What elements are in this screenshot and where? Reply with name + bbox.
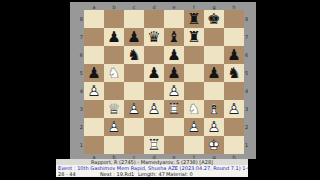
square-c6: ♞ — [124, 46, 144, 64]
square-e8 — [164, 10, 184, 28]
rank-label-2: 2 — [245, 118, 254, 136]
white-pawn-outline: ♙ — [84, 82, 104, 100]
rank-label-6: 6 — [74, 46, 83, 64]
square-c7: ♟ — [124, 28, 144, 46]
square-f4 — [184, 82, 204, 100]
square-g6 — [204, 46, 224, 64]
white-pawn-outline: ♙ — [204, 118, 224, 136]
rank-label-6: 6 — [245, 46, 254, 64]
square-g5: ♟ — [204, 64, 224, 82]
square-a7 — [84, 28, 104, 46]
square-b1 — [104, 136, 124, 154]
rank-label-7: 7 — [74, 28, 83, 46]
square-d5: ♟ — [144, 64, 164, 82]
square-f6 — [184, 46, 204, 64]
black-pawn: ♟ — [164, 46, 184, 64]
square-g3: ♝♗ — [204, 100, 224, 118]
square-a1 — [84, 136, 104, 154]
rank-label-4: 4 — [245, 82, 254, 100]
square-b2: ♟♙ — [104, 118, 124, 136]
square-h3: ♟♙ — [224, 100, 244, 118]
material-balance: Material: 0 — [166, 171, 193, 177]
square-b5: ♞♘ — [104, 64, 124, 82]
square-f2: ♟♙ — [184, 118, 204, 136]
square-e6: ♟ — [164, 46, 184, 64]
square-g4 — [204, 82, 224, 100]
white-pawn-outline: ♙ — [224, 100, 244, 118]
rank-label-2: 2 — [74, 118, 83, 136]
white-king-outline: ♔ — [204, 136, 224, 154]
white-knight-outline: ♘ — [184, 100, 204, 118]
square-e7: ♝ — [164, 28, 184, 46]
white-queen-outline: ♕ — [104, 100, 124, 118]
rank-label-8: 8 — [74, 10, 83, 28]
rank-label-5: 5 — [245, 64, 254, 82]
black-knight: ♞ — [224, 64, 244, 82]
square-d6 — [144, 46, 164, 64]
square-d8 — [144, 10, 164, 28]
square-c4 — [124, 82, 144, 100]
square-f3: ♞♘ — [184, 100, 204, 118]
square-f7: ♜ — [184, 28, 204, 46]
square-c8 — [124, 10, 144, 28]
rank-label-8: 8 — [245, 10, 254, 28]
square-h8 — [224, 10, 244, 28]
rank-label-3: 3 — [245, 100, 254, 118]
square-a5: ♟ — [84, 64, 104, 82]
video-frame: abcdefgh 87654321 ♜♚♟♟♛♝♜♞♟♟♟♞♘♟♟♟♞♟♙♟♙♛… — [0, 0, 320, 180]
square-e4: ♟♙ — [164, 82, 184, 100]
game-caption: Rapport, R (2745) - Mamedyarov, S (2738)… — [56, 159, 248, 177]
square-d3: ♟♙ — [144, 100, 164, 118]
next-move: Next : 19.Rd1 — [100, 171, 134, 177]
game-length: Length: 47 — [138, 171, 165, 177]
square-h7 — [224, 28, 244, 46]
rank-labels-right: 87654321 — [245, 10, 254, 154]
square-d1: ♜♖ — [144, 136, 164, 154]
square-h5: ♞ — [224, 64, 244, 82]
rank-labels-left: 87654321 — [74, 10, 83, 154]
square-a6 — [84, 46, 104, 64]
square-h2 — [224, 118, 244, 136]
stats-line: 28 - 44 Next : 19.Rd1 Length: 47 Materia… — [56, 171, 248, 177]
black-pawn: ♟ — [204, 64, 224, 82]
black-pawn: ♟ — [144, 64, 164, 82]
black-pawn: ♟ — [224, 46, 244, 64]
black-bishop: ♝ — [164, 28, 184, 46]
white-knight-outline: ♘ — [104, 64, 124, 82]
square-e5: ♟ — [164, 64, 184, 82]
square-h1 — [224, 136, 244, 154]
game-index: 28 - 44 — [58, 171, 76, 177]
black-queen: ♛ — [144, 28, 164, 46]
white-pawn-outline: ♙ — [104, 118, 124, 136]
square-a2 — [84, 118, 104, 136]
square-h6: ♟ — [224, 46, 244, 64]
square-c2 — [124, 118, 144, 136]
white-pawn-outline: ♙ — [144, 100, 164, 118]
rank-label-1: 1 — [245, 136, 254, 154]
square-c5 — [124, 64, 144, 82]
black-pawn: ♟ — [84, 64, 104, 82]
square-b8 — [104, 10, 124, 28]
square-g2: ♟♙ — [204, 118, 224, 136]
square-d4 — [144, 82, 164, 100]
rank-label-7: 7 — [245, 28, 254, 46]
square-a3 — [84, 100, 104, 118]
square-b7: ♟ — [104, 28, 124, 46]
white-pawn-outline: ♙ — [164, 82, 184, 100]
square-c1 — [124, 136, 144, 154]
black-rook: ♜ — [184, 28, 204, 46]
white-rook-outline: ♖ — [164, 100, 184, 118]
square-b3: ♛♕ — [104, 100, 124, 118]
square-d7: ♛ — [144, 28, 164, 46]
square-a4: ♟♙ — [84, 82, 104, 100]
rank-label-5: 5 — [74, 64, 83, 82]
black-pawn: ♟ — [124, 28, 144, 46]
black-king: ♚ — [204, 10, 224, 28]
square-f5 — [184, 64, 204, 82]
square-b4 — [104, 82, 124, 100]
black-pawn: ♟ — [104, 28, 124, 46]
square-c3: ♟♙ — [124, 100, 144, 118]
board-panel: abcdefgh 87654321 ♜♚♟♟♛♝♜♞♟♟♟♞♘♟♟♟♞♟♙♟♙♛… — [70, 2, 256, 159]
square-e3: ♜♖ — [164, 100, 184, 118]
square-f8: ♜ — [184, 10, 204, 28]
black-knight: ♞ — [124, 46, 144, 64]
square-g7 — [204, 28, 224, 46]
square-e1 — [164, 136, 184, 154]
rank-label-1: 1 — [74, 136, 83, 154]
square-e2 — [164, 118, 184, 136]
chess-board: ♜♚♟♟♛♝♜♞♟♟♟♞♘♟♟♟♞♟♙♟♙♛♕♟♙♟♙♜♖♞♘♝♗♟♙♟♙♟♙♟… — [84, 10, 244, 154]
white-pawn-outline: ♙ — [124, 100, 144, 118]
square-b6 — [104, 46, 124, 64]
white-rook-outline: ♖ — [144, 136, 164, 154]
square-d2 — [144, 118, 164, 136]
square-g8: ♚ — [204, 10, 224, 28]
square-a8 — [84, 10, 104, 28]
black-pawn: ♟ — [164, 64, 184, 82]
white-pawn-outline: ♙ — [184, 118, 204, 136]
black-rook: ♜ — [184, 10, 204, 28]
rank-label-3: 3 — [74, 100, 83, 118]
square-f1 — [184, 136, 204, 154]
rank-label-4: 4 — [74, 82, 83, 100]
square-g1: ♚♔ — [204, 136, 224, 154]
white-bishop-outline: ♗ — [204, 100, 224, 118]
square-h4 — [224, 82, 244, 100]
